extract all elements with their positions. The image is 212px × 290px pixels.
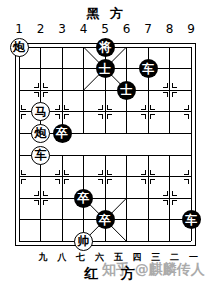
piece-black-soldier[interactable]: 卒 xyxy=(96,210,115,229)
piece-black-general[interactable]: 将 xyxy=(96,38,115,57)
piece-red-cannon[interactable]: 炮 xyxy=(31,124,50,143)
piece-black-chariot[interactable]: 车 xyxy=(139,59,158,78)
piece-black-soldier[interactable]: 卒 xyxy=(74,189,93,208)
piece-black-chariot[interactable]: 车 xyxy=(182,210,201,229)
piece-red-general[interactable]: 帅 xyxy=(74,232,93,251)
xiangqi-diagram: 黑 方 123456789 炮将士车士马炮卒车卒卒车帅 九八七六五四三二一 知乎… xyxy=(0,0,212,290)
piece-black-advisor[interactable]: 士 xyxy=(117,81,136,100)
red-side-label: 红 方 xyxy=(84,265,144,283)
file-label-bottom-7: 七 xyxy=(74,251,88,264)
file-label-bottom-8: 八 xyxy=(55,251,69,264)
piece-red-chariot[interactable]: 车 xyxy=(31,146,50,165)
piece-red-cannon[interactable]: 炮 xyxy=(10,38,29,57)
file-label-bottom-9: 九 xyxy=(36,251,50,264)
piece-black-soldier[interactable]: 卒 xyxy=(53,124,72,143)
piece-black-advisor[interactable]: 士 xyxy=(96,59,115,78)
